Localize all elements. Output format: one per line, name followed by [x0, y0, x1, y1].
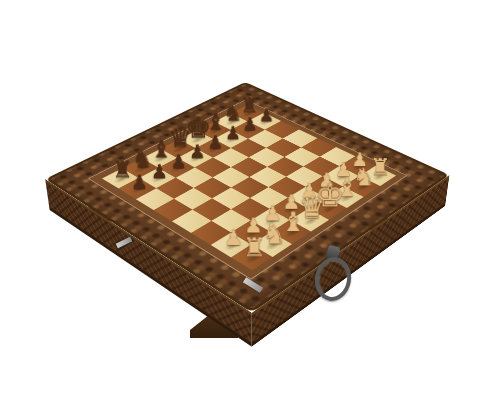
- product-photo-scene: ♜♞♝♛♚♝♞♜♟♟♟♟♟♟♟♟♟♟♟♟♟♟♟♟♜♞♝♛♚♝♞♜: [0, 0, 500, 400]
- perspective-view: ♜♞♝♛♚♝♞♜♟♟♟♟♟♟♟♟♟♟♟♟♟♟♟♟♜♞♝♛♚♝♞♜: [0, 0, 500, 400]
- square-c5[interactable]: [194, 177, 231, 198]
- piece-black-pawn[interactable]: ♟: [151, 162, 168, 181]
- piece-black-pawn[interactable]: ♟: [170, 152, 187, 171]
- piece-white-pawn[interactable]: ♟: [224, 227, 243, 248]
- square-h6[interactable]: [265, 121, 299, 138]
- piece-black-rook[interactable]: ♜: [112, 158, 133, 181]
- piece-black-pawn[interactable]: ♟: [189, 142, 206, 160]
- piece-black-pawn[interactable]: ♟: [225, 124, 241, 142]
- piece-black-pawn[interactable]: ♟: [207, 133, 223, 151]
- piece-black-pawn[interactable]: ♟: [242, 115, 258, 133]
- piece-black-pawn[interactable]: ♟: [258, 107, 274, 124]
- piece-black-pawn[interactable]: ♟: [130, 172, 147, 191]
- piece-black-bishop[interactable]: ♝: [150, 137, 172, 161]
- piece-black-knight[interactable]: ♞: [131, 147, 152, 171]
- piece-white-rook[interactable]: ♜: [242, 235, 265, 261]
